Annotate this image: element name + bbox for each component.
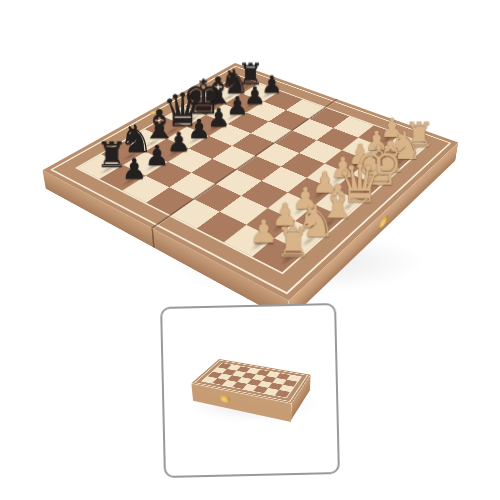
piece-shadow — [319, 216, 339, 231]
box-square — [243, 384, 258, 391]
box-square — [232, 382, 247, 389]
thumbnail-frame[interactable] — [160, 303, 340, 478]
open-chess-set-photo: ♜♞♝♛♚♝♞♜♟♟♟♟♟♟♟♟♟♟♟♟♟♟♟♟♜♞♝♛♚♝♞♜ — [36, 0, 476, 312]
box-square — [237, 377, 252, 384]
brass-hinge-icon — [149, 110, 159, 115]
piece-shadow — [379, 134, 396, 145]
fold-seam-side — [151, 228, 154, 248]
box-square — [279, 385, 294, 392]
piece-shadow — [270, 220, 291, 235]
box-square — [212, 378, 227, 385]
box-square — [222, 380, 237, 387]
product-image: ♜♞♝♛♚♝♞♜♟♟♟♟♟♟♟♟♟♟♟♟♟♟♟♟♜♞♝♛♚♝♞♜ — [0, 0, 500, 500]
piece-shadow — [374, 170, 392, 182]
box-square — [268, 383, 283, 390]
piece-shadow — [339, 200, 358, 214]
brass-clasp-icon — [379, 212, 389, 229]
piece-shadow — [357, 185, 376, 198]
box-square — [262, 376, 276, 383]
piece-shadow — [277, 251, 299, 268]
piece-shadow — [406, 144, 423, 155]
folded-box — [191, 359, 310, 403]
box-square — [275, 390, 290, 398]
brass-clasp-icon — [220, 395, 231, 404]
box-square — [287, 375, 301, 382]
piece-shadow — [390, 157, 407, 169]
box-square — [258, 381, 273, 388]
piece-shadow — [299, 233, 320, 249]
box-square — [253, 386, 268, 393]
box-square — [272, 378, 286, 385]
box-square — [264, 388, 279, 395]
box-square — [247, 379, 262, 386]
box-square — [283, 380, 297, 387]
